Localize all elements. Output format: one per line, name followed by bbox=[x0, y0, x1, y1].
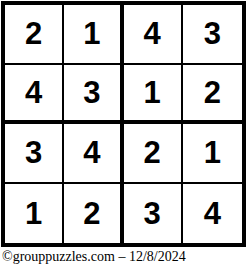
sudoku-cell-r4c2: 2 bbox=[64, 184, 123, 244]
sudoku-cell-r3c1: 3 bbox=[5, 124, 64, 184]
sudoku-cell-r4c3: 3 bbox=[124, 184, 183, 244]
sudoku-cell-r2c3: 1 bbox=[124, 65, 183, 125]
sudoku-cell-r1c2: 1 bbox=[64, 5, 123, 65]
credit-text: ©grouppuzzles.com – 12/8/2024 bbox=[2, 249, 186, 265]
sudoku-cell-r4c1: 1 bbox=[5, 184, 64, 244]
sudoku-cell-r4c4: 4 bbox=[183, 184, 242, 244]
sudoku-cell-r1c3: 4 bbox=[124, 5, 183, 65]
sudoku-cell-r1c1: 2 bbox=[5, 5, 64, 65]
sudoku-cell-r2c1: 4 bbox=[5, 65, 64, 125]
sudoku-cell-r2c4: 2 bbox=[183, 65, 242, 125]
sudoku-cell-r3c3: 2 bbox=[124, 124, 183, 184]
sudoku-board: 2143431234211234 bbox=[1, 1, 246, 247]
sudoku-cell-r1c4: 3 bbox=[183, 5, 242, 65]
sudoku-cell-r3c4: 1 bbox=[183, 124, 242, 184]
sudoku-cell-r3c2: 4 bbox=[64, 124, 123, 184]
sudoku-cell-r2c2: 3 bbox=[64, 65, 123, 125]
